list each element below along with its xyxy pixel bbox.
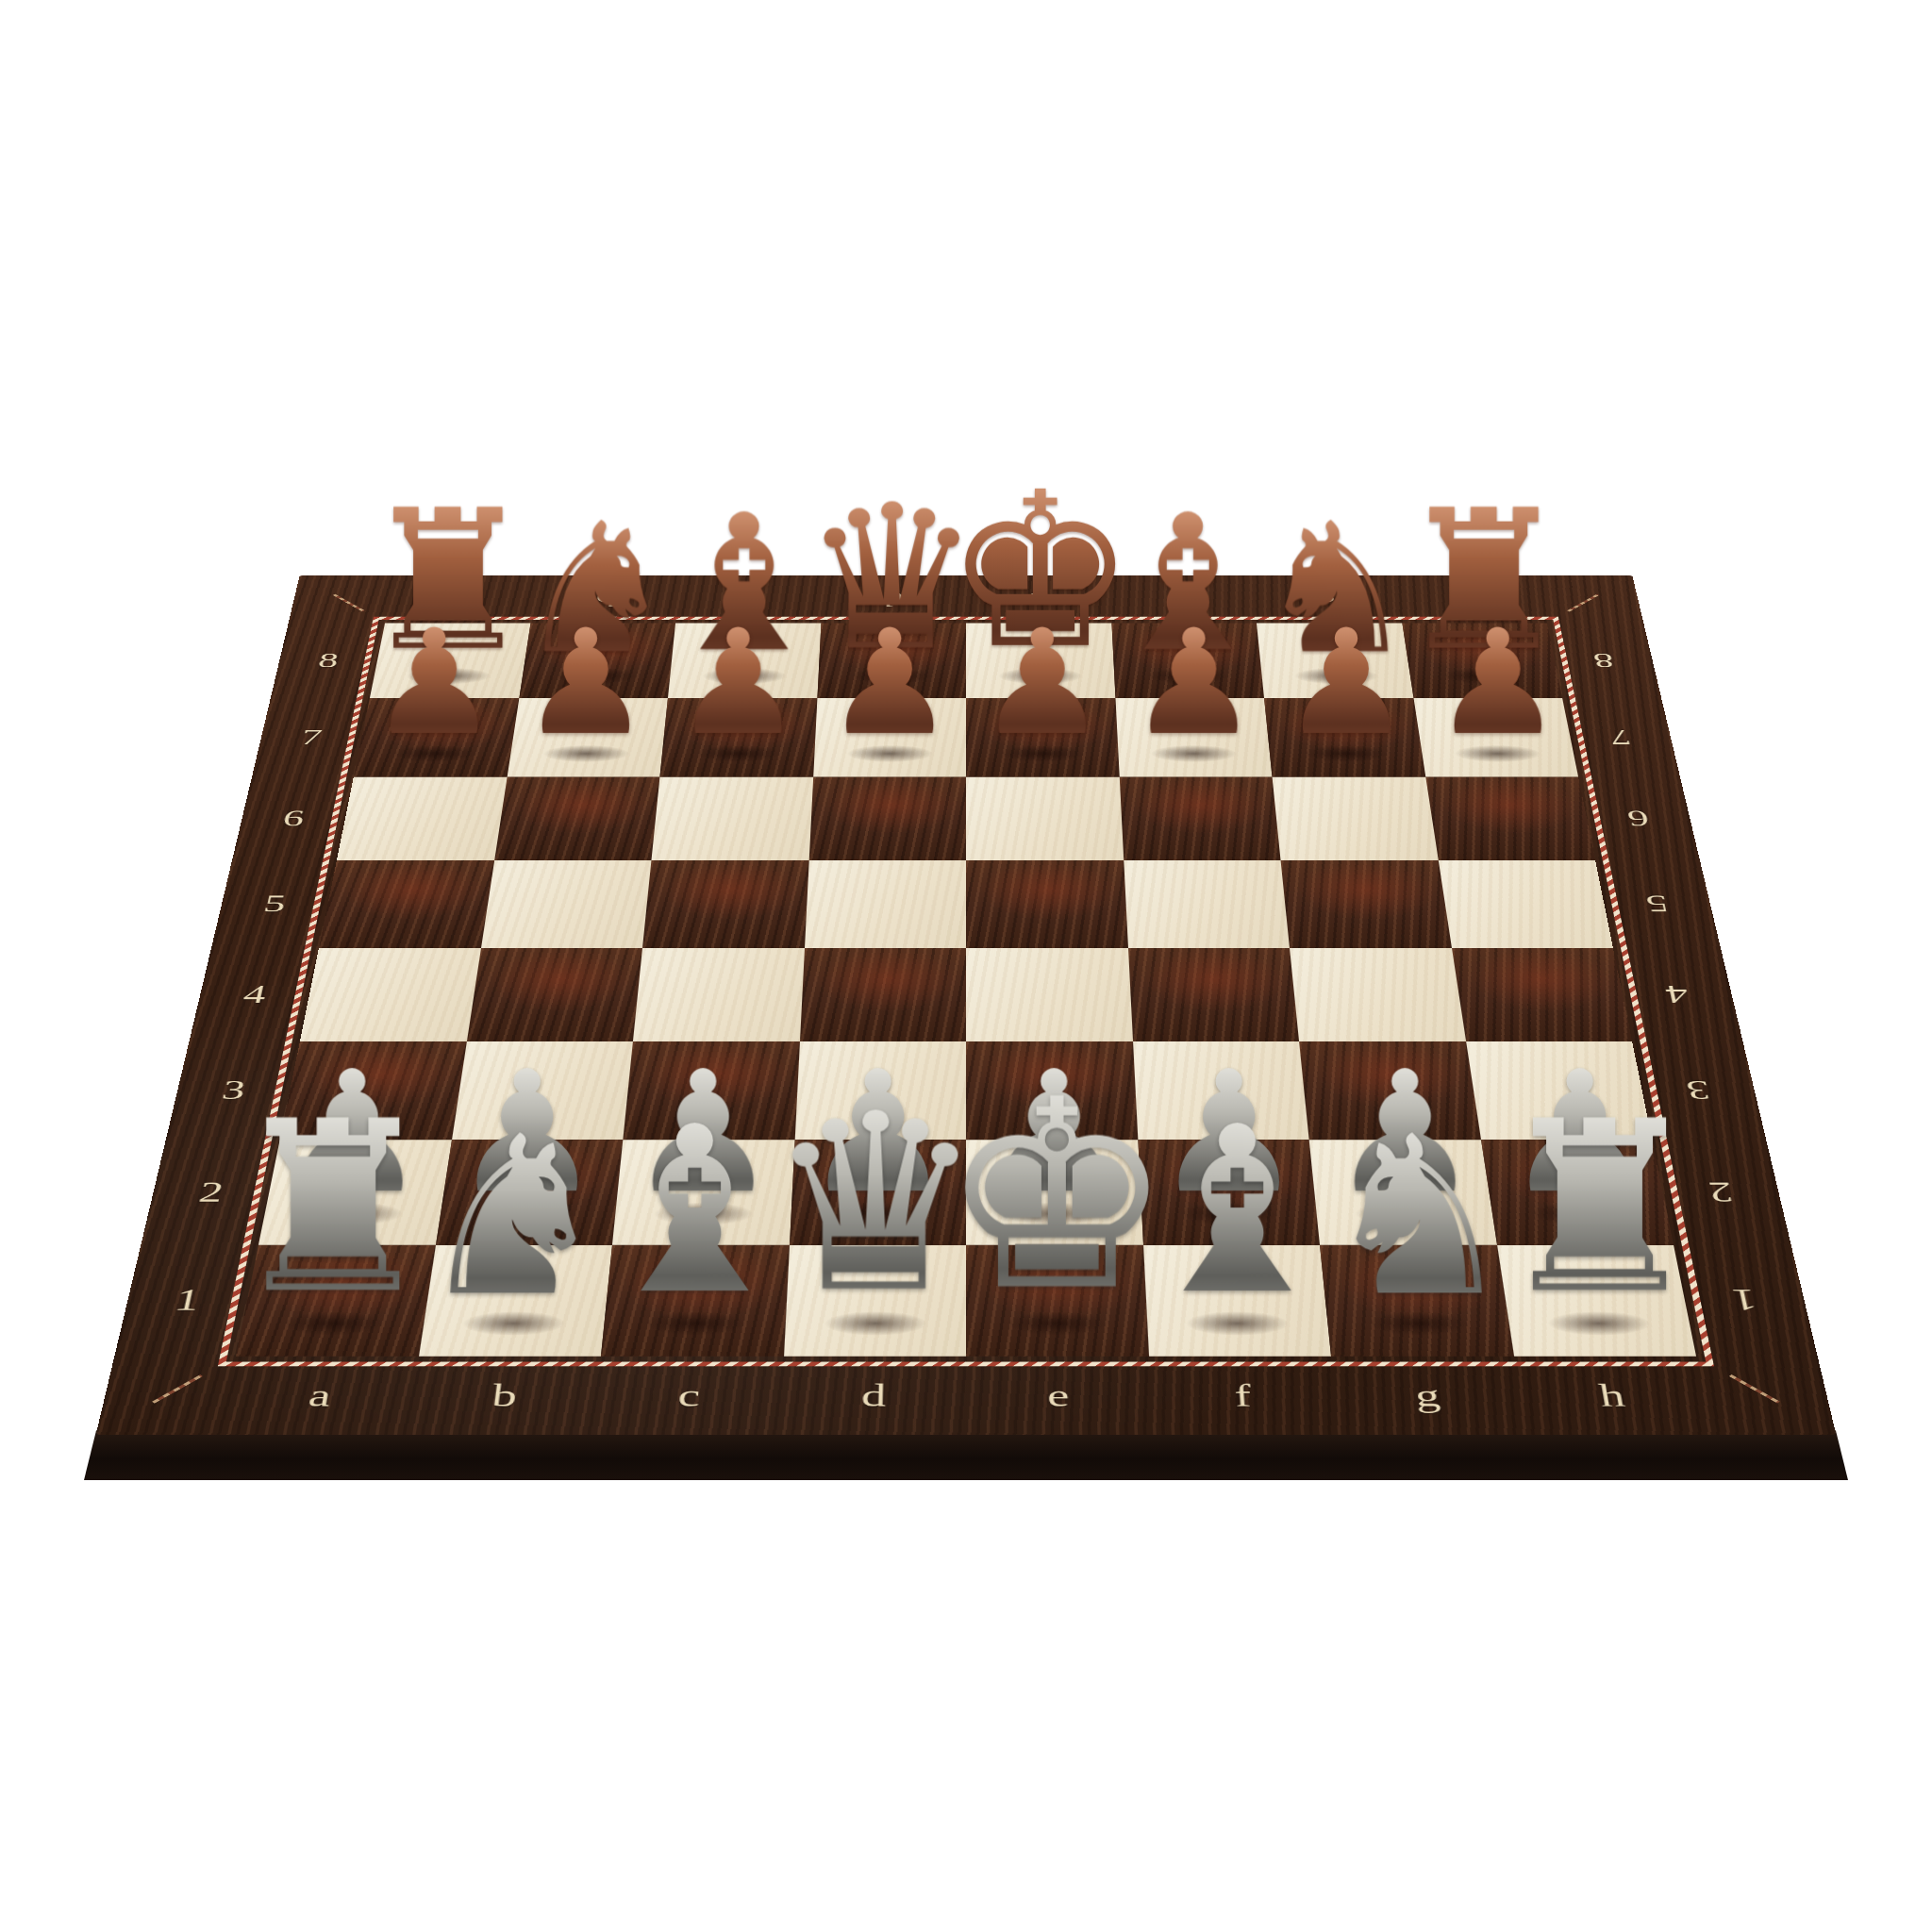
square-a4[interactable]: [300, 948, 481, 1041]
rank-label-8-left: 8: [316, 649, 341, 673]
corner-miter-top-right: [1567, 594, 1599, 612]
square-g7[interactable]: ♟: [1264, 698, 1425, 777]
corner-miter-bottom-right: [1729, 1374, 1780, 1404]
square-c6[interactable]: [651, 777, 812, 860]
square-e4[interactable]: [966, 948, 1133, 1041]
piece-white-rook-h1[interactable]: ♜: [1493, 1091, 1706, 1327]
piece-white-bishop-f1[interactable]: ♝: [1135, 1096, 1341, 1326]
piece-black-pawn-f7[interactable]: ♟: [1129, 610, 1259, 756]
square-a7[interactable]: ♟: [354, 698, 519, 777]
square-e6[interactable]: [966, 777, 1124, 860]
piece-black-pawn-e7[interactable]: ♟: [976, 610, 1107, 756]
squares-grid: ♜♞♝♛♚♝♞♜♟♟♟♟♟♟♟♟♟♟♟♟♟♟♟♟♜♞♝♛♚♝♞♜: [236, 624, 1696, 1357]
piece-white-knight-b1[interactable]: ♞: [415, 1108, 612, 1327]
piece-black-pawn-d7[interactable]: ♟: [824, 610, 955, 756]
file-label-b-bottom: b: [490, 1377, 519, 1414]
piece-black-pawn-b7[interactable]: ♟: [521, 610, 651, 756]
square-h6[interactable]: [1425, 777, 1595, 860]
rank-label-4-left: 4: [241, 979, 269, 1008]
square-e1[interactable]: ♚: [966, 1245, 1149, 1357]
square-a5[interactable]: [319, 860, 494, 948]
rank-label-5-left: 5: [261, 890, 289, 917]
square-b5[interactable]: [481, 860, 652, 948]
square-d6[interactable]: [808, 777, 966, 860]
square-h5[interactable]: [1438, 860, 1613, 948]
rank-label-2-right: 2: [1706, 1175, 1736, 1207]
square-b6[interactable]: [494, 777, 660, 860]
file-label-g-bottom: g: [1413, 1377, 1442, 1414]
square-g6[interactable]: [1273, 777, 1439, 860]
piece-black-pawn-a7[interactable]: ♟: [369, 610, 499, 756]
square-d4[interactable]: [799, 948, 966, 1041]
square-h1[interactable]: ♜: [1496, 1245, 1696, 1357]
rank-label-7-left: 7: [299, 724, 325, 749]
rank-label-8-right: 8: [1591, 649, 1616, 673]
square-h4[interactable]: [1452, 948, 1633, 1041]
piece-black-pawn-c7[interactable]: ♟: [673, 610, 803, 756]
file-label-a-bottom: a: [306, 1377, 334, 1414]
square-c5[interactable]: [642, 860, 808, 948]
square-g1[interactable]: ♞: [1320, 1245, 1514, 1357]
rank-label-5-right: 5: [1643, 890, 1671, 917]
square-b1[interactable]: ♞: [418, 1245, 612, 1357]
square-f5[interactable]: [1124, 860, 1290, 948]
piece-black-pawn-h7[interactable]: ♟: [1433, 610, 1563, 756]
chess-board: aabbccddeeffgghh1122334455667788 ♜♞♝♛♚♝♞…: [96, 575, 1837, 1435]
chess-set-photo: aabbccddeeffgghh1122334455667788 ♜♞♝♛♚♝♞…: [0, 0, 1932, 1932]
rank-label-4-right: 4: [1663, 979, 1691, 1008]
rank-label-6-right: 6: [1625, 805, 1652, 830]
square-c7[interactable]: ♟: [659, 698, 817, 777]
file-label-c-bottom: c: [676, 1377, 701, 1414]
square-b4[interactable]: [466, 948, 642, 1041]
piece-white-rook-a1[interactable]: ♜: [226, 1091, 439, 1327]
square-d7[interactable]: ♟: [813, 698, 966, 777]
square-c1[interactable]: ♝: [601, 1245, 790, 1357]
rank-label-1-left: 1: [172, 1283, 204, 1318]
file-label-d-bottom: d: [861, 1377, 887, 1414]
square-f1[interactable]: ♝: [1142, 1245, 1331, 1357]
corner-miter-bottom-left: [152, 1374, 203, 1404]
square-e5[interactable]: [966, 860, 1128, 948]
file-label-h-bottom: h: [1596, 1377, 1627, 1414]
square-b7[interactable]: ♟: [507, 698, 668, 777]
rank-label-1-right: 1: [1728, 1283, 1760, 1318]
square-f6[interactable]: [1119, 777, 1280, 860]
rank-label-7-right: 7: [1607, 724, 1633, 749]
square-f4[interactable]: [1128, 948, 1300, 1041]
square-a1[interactable]: ♜: [236, 1245, 436, 1357]
file-label-f-bottom: f: [1233, 1377, 1252, 1414]
square-c4[interactable]: [633, 948, 805, 1041]
square-d5[interactable]: [805, 860, 967, 948]
file-label-e-bottom: e: [1047, 1377, 1070, 1414]
rank-label-6-left: 6: [280, 805, 307, 830]
rank-label-2-left: 2: [196, 1175, 226, 1207]
square-f7[interactable]: ♟: [1115, 698, 1273, 777]
square-g5[interactable]: [1281, 860, 1452, 948]
square-e7[interactable]: ♟: [966, 698, 1119, 777]
board-front-edge: [84, 1430, 1848, 1480]
piece-white-knight-g1[interactable]: ♞: [1320, 1108, 1517, 1327]
square-h7[interactable]: ♟: [1413, 698, 1578, 777]
piece-black-pawn-g7[interactable]: ♟: [1281, 610, 1411, 756]
square-g4[interactable]: [1290, 948, 1466, 1041]
square-a6[interactable]: [337, 777, 507, 860]
corner-miter-top-left: [333, 594, 365, 612]
